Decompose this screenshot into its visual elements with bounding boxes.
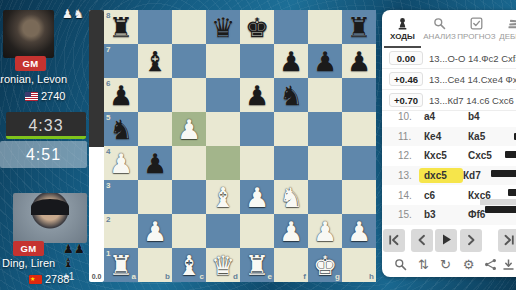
time-bar	[508, 189, 516, 196]
tab-pawn-logo[interactable]: ХОДЫ	[384, 14, 421, 48]
white-rook: ♜	[109, 252, 133, 279]
white-rook: ♜	[245, 252, 269, 279]
pawn-logo-icon	[396, 17, 409, 30]
square-b3[interactable]	[138, 180, 172, 214]
evaluation-value: 0.0	[89, 273, 104, 280]
square-g4[interactable]	[308, 146, 342, 180]
clock-bottom-time: 4:51	[26, 146, 61, 164]
square-d7[interactable]	[206, 44, 240, 78]
engine-line[interactable]: 0.0013...O-O 14.Фc2 Сxf3 1…	[382, 48, 516, 69]
file-label: a	[132, 272, 136, 281]
square-b1[interactable]: b	[138, 248, 172, 282]
square-h5[interactable]	[342, 112, 376, 146]
engine-line[interactable]: +0.4613...Сe4 14.Сxe4 Фxd1 …	[382, 69, 516, 90]
square-c8[interactable]	[172, 10, 206, 44]
rank-label: 4	[106, 147, 110, 156]
clock-bottom: 4:51	[0, 141, 87, 168]
toolbar: ⇅↻⚙	[382, 257, 516, 273]
square-d5[interactable]	[206, 112, 240, 146]
chess-board[interactable]: 8♜♛♚♜7♝♟♟♟6♟♟♞5♞♟4♟♟3♝♟♞2♟♟♟♟1a♜bc♝d♛e♜f…	[104, 10, 376, 282]
player-name-top: Aronian, Levon	[0, 73, 67, 85]
black-move[interactable]: Сxc5	[468, 150, 492, 161]
next-move-button[interactable]	[460, 229, 482, 252]
time-bar	[491, 170, 516, 177]
black-pawn: ♟	[279, 48, 303, 75]
black-move[interactable]: Фf6	[468, 209, 485, 220]
square-h6[interactable]	[342, 78, 376, 112]
square-c1[interactable]: c♝	[172, 248, 206, 282]
checkbox-icon	[470, 17, 483, 30]
square-e6[interactable]: ♟	[240, 78, 274, 112]
engine-line-moves: 13...O-O 14.Фc2 Сxf3 1…	[429, 53, 516, 64]
player-photo-bottom	[13, 193, 87, 243]
black-move[interactable]: Кa5	[468, 131, 485, 142]
engine-line-moves: 13...Сe4 14.Сxe4 Фxd1 …	[429, 74, 516, 85]
square-e2[interactable]	[240, 214, 274, 248]
square-g1[interactable]: g♚	[308, 248, 342, 282]
time-bar	[505, 151, 516, 158]
first-icon	[388, 232, 400, 250]
square-d1[interactable]: d♛	[206, 248, 240, 282]
magnifier-icon	[433, 17, 446, 30]
square-g5[interactable]	[308, 112, 342, 146]
square-f1[interactable]: f	[274, 248, 308, 282]
square-h7[interactable]: ♟	[342, 44, 376, 78]
flip-icon[interactable]: ⇅	[416, 257, 431, 272]
white-move[interactable]: dxc5	[419, 168, 463, 183]
square-c7[interactable]	[172, 44, 206, 78]
white-pawn: ♟	[313, 218, 337, 245]
clock-top-time: 4:33	[28, 117, 63, 135]
last-move-button[interactable]	[498, 229, 516, 252]
black-knight: ♞	[279, 82, 303, 109]
square-e5[interactable]	[240, 112, 274, 146]
white-move[interactable]: b3	[424, 209, 468, 220]
black-pawn: ♟	[313, 48, 337, 75]
time-bar	[485, 206, 516, 213]
file-label: d	[233, 272, 238, 281]
black-rook: ♜	[347, 14, 371, 41]
captured-by-black-tray: ♟♞	[62, 7, 86, 21]
white-move[interactable]: Кxc5	[424, 150, 468, 161]
square-f4[interactable]	[274, 146, 308, 180]
square-f8[interactable]	[274, 10, 308, 44]
move-row: 14.c6Кxc6	[382, 185, 516, 205]
square-h4[interactable]	[342, 146, 376, 180]
next-icon	[465, 232, 477, 250]
move-number: 14.	[398, 190, 424, 201]
reload-icon[interactable]: ↻	[438, 257, 453, 272]
square-d6[interactable]	[206, 78, 240, 112]
square-c3[interactable]	[172, 180, 206, 214]
first-move-button[interactable]	[383, 229, 405, 252]
square-g8[interactable]	[308, 10, 342, 44]
engine-lines: 0.0013...O-O 14.Фc2 Сxf3 1…+0.4613...Сe4…	[382, 48, 516, 111]
move-number: 11.	[398, 131, 424, 142]
material-advantage: +1	[63, 271, 74, 282]
move-number: 12.	[398, 150, 424, 161]
clock-top: 4:33	[6, 112, 86, 139]
tab-magnifier[interactable]: АНАЛИЗ	[421, 14, 458, 48]
white-pawn: ♟	[109, 150, 133, 177]
rank-label: 6	[106, 79, 110, 88]
evaluation-bar: 0.0	[89, 10, 104, 282]
square-c5[interactable]: ♟	[172, 112, 206, 146]
captured-black-pawn: ♟	[63, 242, 74, 256]
captured-black-bishop: ♝	[63, 256, 74, 270]
rank-label: 2	[106, 215, 110, 224]
black-pawn: ♟	[109, 82, 133, 109]
captured-white-pawn: ♟	[62, 7, 73, 21]
square-f5[interactable]	[274, 112, 308, 146]
move-row: 11.Кe4Кa5	[382, 127, 516, 147]
tab-label: ХОДЫ	[390, 32, 415, 41]
square-d3[interactable]: ♝	[206, 180, 240, 214]
last-icon	[503, 232, 515, 250]
analysis-panel: ХОДЫАНАЛИЗПРОГНОЗДЕБЮТ 0.0013...O-O 14.Ф…	[382, 10, 516, 277]
tab-label: ДЕБЮТ	[499, 32, 516, 41]
square-h8[interactable]: ♜	[342, 10, 376, 44]
square-b7[interactable]: ♝	[138, 44, 172, 78]
settings-icon[interactable]: ⚙	[461, 257, 476, 272]
white-move[interactable]: a4	[424, 111, 468, 122]
black-queen: ♛	[211, 14, 235, 41]
captured-black-pawn: ♟	[74, 242, 85, 256]
panel-tabs: ХОДЫАНАЛИЗПРОГНОЗДЕБЮТ	[382, 14, 516, 48]
white-knight: ♞	[279, 184, 303, 211]
square-d8[interactable]: ♛	[206, 10, 240, 44]
square-h3[interactable]	[342, 180, 376, 214]
rank-label: 5	[106, 113, 110, 122]
white-pawn: ♟	[177, 116, 201, 143]
black-king: ♚	[245, 14, 269, 41]
books-icon	[507, 17, 516, 30]
square-e1[interactable]: e♜	[240, 248, 274, 282]
white-bishop: ♝	[211, 184, 235, 211]
tab-checkbox[interactable]: ПРОГНОЗ	[458, 14, 495, 48]
white-pawn: ♟	[347, 218, 371, 245]
square-f6[interactable]: ♞	[274, 78, 308, 112]
move-row: 15.b3Фf6	[382, 205, 516, 225]
square-e8[interactable]: ♚	[240, 10, 274, 44]
us-flag-icon	[25, 92, 38, 101]
square-a1[interactable]: 1a♜	[104, 248, 138, 282]
square-b8[interactable]	[138, 10, 172, 44]
square-f7[interactable]: ♟	[274, 44, 308, 78]
move-number: 10.	[398, 111, 424, 122]
square-g3[interactable]	[308, 180, 342, 214]
tab-label: ПРОГНОЗ	[457, 32, 495, 41]
title-badge-bottom: GM	[13, 241, 44, 256]
square-h1[interactable]: h	[342, 248, 376, 282]
tab-label: АНАЛИЗ	[423, 32, 455, 41]
player-photo-top	[3, 10, 54, 58]
move-row: 13.dxc5Кd7	[382, 166, 516, 186]
move-number: 15.	[398, 209, 424, 220]
black-pawn: ♟	[143, 150, 167, 177]
file-label: e	[268, 272, 272, 281]
square-b6[interactable]	[138, 78, 172, 112]
play-move-button[interactable]	[435, 229, 457, 252]
tab-books[interactable]: ДЕБЮТ	[495, 14, 516, 48]
square-f3[interactable]: ♞	[274, 180, 308, 214]
rank-label: 1	[106, 249, 110, 258]
square-a8[interactable]: 8♜	[104, 10, 138, 44]
square-a3[interactable]: 3	[104, 180, 138, 214]
square-c6[interactable]	[172, 78, 206, 112]
captured-white-knight: ♞	[73, 7, 84, 21]
engine-eval: +0.46	[389, 72, 423, 86]
square-e7[interactable]	[240, 44, 274, 78]
move-row: 10.a4b4	[382, 107, 516, 127]
engine-line-moves: 13...Кd7 14.c6 Сxc6 15.…	[429, 95, 516, 106]
captured-by-white-tray: ♟♟♝	[63, 242, 87, 270]
white-queen: ♛	[211, 252, 235, 279]
engine-eval: +0.70	[389, 93, 423, 107]
square-b2[interactable]: ♟	[138, 214, 172, 248]
black-knight: ♞	[109, 116, 133, 143]
square-g6[interactable]	[308, 78, 342, 112]
evaluation-bar-black	[89, 10, 104, 147]
square-e4[interactable]	[240, 146, 274, 180]
black-bishop: ♝	[143, 48, 167, 75]
square-d4[interactable]	[206, 146, 240, 180]
white-pawn: ♟	[279, 218, 303, 245]
prev-move-button[interactable]	[411, 229, 433, 252]
square-a6[interactable]: 6♟	[104, 78, 138, 112]
white-move[interactable]: Кe4	[424, 131, 468, 142]
white-move[interactable]: c6	[424, 190, 468, 201]
prev-icon	[416, 232, 428, 250]
square-d2[interactable]	[206, 214, 240, 248]
player-name-bottom: Ding, Liren	[2, 257, 55, 269]
square-g2[interactable]: ♟	[308, 214, 342, 248]
rank-label: 3	[106, 181, 110, 190]
square-e3[interactable]: ♟	[240, 180, 274, 214]
square-a5[interactable]: 5♞	[104, 112, 138, 146]
file-label: h	[369, 272, 374, 281]
white-bishop: ♝	[177, 252, 201, 279]
square-f2[interactable]: ♟	[274, 214, 308, 248]
file-label: f	[303, 272, 306, 281]
square-b5[interactable]	[138, 112, 172, 146]
move-row: 12.Кxc5Сxc5	[382, 146, 516, 166]
engine-eval: 0.00	[389, 51, 423, 65]
black-move[interactable]: Кd7	[463, 170, 481, 181]
square-h2[interactable]: ♟	[342, 214, 376, 248]
file-label: g	[335, 272, 340, 281]
download-icon[interactable]	[501, 257, 516, 272]
square-a2[interactable]: 2	[104, 214, 138, 248]
share-icon[interactable]	[483, 257, 498, 272]
file-label: b	[165, 272, 170, 281]
black-pawn: ♟	[347, 48, 371, 75]
player-rating-top: 2740	[41, 90, 65, 102]
title-badge-top: GM	[15, 56, 46, 71]
move-navigation	[382, 229, 516, 252]
square-g7[interactable]: ♟	[308, 44, 342, 78]
cn-flag-icon: ★	[29, 275, 42, 284]
square-c4[interactable]	[172, 146, 206, 180]
square-a4[interactable]: 4♟	[104, 146, 138, 180]
file-label: c	[200, 272, 204, 281]
square-c2[interactable]	[172, 214, 206, 248]
white-pawn: ♟	[245, 184, 269, 211]
move-list: 10.a4b411.Кe4Кa512.Кxc5Сxc513.dxc5Кd714.…	[382, 107, 516, 225]
play-icon	[440, 232, 453, 250]
zoom-icon[interactable]	[393, 257, 408, 272]
chess-broadcast-frame: ♟♞ GM Aronian, Levon 2740 4:33 4:51 ♟♟♝ …	[0, 0, 516, 290]
white-king: ♚	[313, 252, 337, 279]
rank-label: 8	[106, 11, 110, 20]
clock-progress-bar	[6, 136, 86, 139]
black-move[interactable]: b4	[468, 111, 480, 122]
square-a7[interactable]: 7	[104, 44, 138, 78]
rank-label: 7	[106, 45, 110, 54]
black-pawn: ♟	[245, 82, 269, 109]
square-b4[interactable]: ♟	[138, 146, 172, 180]
white-pawn: ♟	[143, 218, 167, 245]
black-rook: ♜	[109, 14, 133, 41]
